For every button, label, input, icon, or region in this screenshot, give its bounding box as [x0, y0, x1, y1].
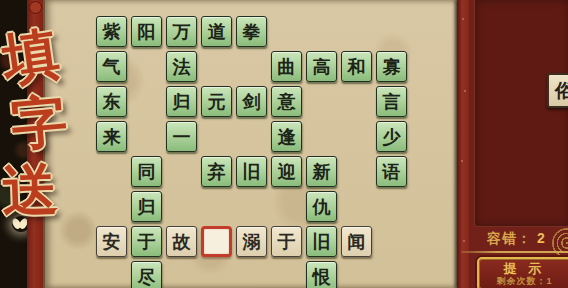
board-tile-仇[interactable]: 仇 — [306, 191, 337, 222]
candidate-tile-char: 俗 — [555, 78, 568, 104]
board-tile-道[interactable]: 道 — [201, 16, 232, 47]
board-tile-恨[interactable]: 恨 — [306, 261, 337, 288]
board-tile-意[interactable]: 意 — [271, 86, 302, 117]
board-tile-拳[interactable]: 拳 — [236, 16, 267, 47]
board-tile-旧[interactable]: 旧 — [306, 226, 337, 257]
fault-tolerance-label: 容错： — [487, 230, 532, 246]
board-tile-阳[interactable]: 阳 — [131, 16, 162, 47]
divider-line — [461, 251, 568, 253]
board-tile-新[interactable]: 新 — [306, 156, 337, 187]
board-tile-于[interactable]: 于 — [271, 226, 302, 257]
board-tile-弃[interactable]: 弃 — [201, 156, 232, 187]
board-tile-高[interactable]: 高 — [306, 51, 337, 82]
board-tile-于[interactable]: 于 — [131, 226, 162, 257]
panel-edge-strip — [457, 0, 469, 288]
board-tile-和[interactable]: 和 — [341, 51, 372, 82]
board-tile-闻[interactable]: 闻 — [341, 226, 372, 257]
board-tile-安[interactable]: 安 — [96, 226, 127, 257]
board-tile-逢[interactable]: 逢 — [271, 121, 302, 152]
board-tile-来[interactable]: 来 — [96, 121, 127, 152]
answer-panel — [474, 0, 568, 227]
fault-tolerance-value: 2 — [537, 230, 546, 246]
board-tile-剑[interactable]: 剑 — [236, 86, 267, 117]
board-tile-一[interactable]: 一 — [166, 121, 197, 152]
board-tile-溺[interactable]: 溺 — [236, 226, 267, 257]
board-tile-言[interactable]: 言 — [376, 86, 407, 117]
board-tile-同[interactable]: 同 — [131, 156, 162, 187]
empty-cell[interactable] — [201, 226, 232, 257]
board-tile-寡[interactable]: 寡 — [376, 51, 407, 82]
board-tile-尽[interactable]: 尽 — [131, 261, 162, 288]
candidate-tile[interactable]: 俗 — [547, 73, 568, 108]
board-tile-法[interactable]: 法 — [166, 51, 197, 82]
board-tile-语[interactable]: 语 — [376, 156, 407, 187]
board-tile-紫[interactable]: 紫 — [96, 16, 127, 47]
board-tile-气[interactable]: 气 — [96, 51, 127, 82]
fault-tolerance: 容错：2 — [487, 230, 546, 248]
board-tile-万[interactable]: 万 — [166, 16, 197, 47]
board-tile-故[interactable]: 故 — [166, 226, 197, 257]
board-tile-归[interactable]: 归 — [131, 191, 162, 222]
game-screen: 填 字 送 紫阳万道拳气法曲高和寡东归元剑意言来一逢少同弃旧迎新语归仇安于故溺于… — [0, 0, 568, 288]
board-tile-归[interactable]: 归 — [166, 86, 197, 117]
board-tile-少[interactable]: 少 — [376, 121, 407, 152]
board-tile-旧[interactable]: 旧 — [236, 156, 267, 187]
hint-button-label: 提 示 — [504, 262, 546, 276]
board-tile-东[interactable]: 东 — [96, 86, 127, 117]
board-tile-曲[interactable]: 曲 — [271, 51, 302, 82]
hint-remaining-count: 剩余次数：1 — [496, 276, 552, 287]
board-tile-迎[interactable]: 迎 — [271, 156, 302, 187]
board-tile-元[interactable]: 元 — [201, 86, 232, 117]
hint-button[interactable]: 提 示 剩余次数：1 — [477, 257, 568, 288]
